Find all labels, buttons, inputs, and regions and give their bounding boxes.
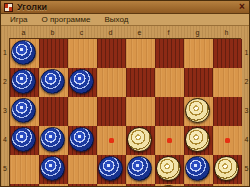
blue-piece-g5[interactable] bbox=[185, 156, 210, 181]
square-b5[interactable] bbox=[39, 155, 68, 184]
square-e4[interactable] bbox=[126, 126, 155, 155]
rank-label-right-1: 1 bbox=[242, 38, 250, 67]
square-a6[interactable] bbox=[10, 184, 39, 187]
board-grid bbox=[9, 38, 241, 187]
white-piece-f6[interactable] bbox=[156, 185, 181, 187]
square-c4[interactable] bbox=[68, 126, 97, 155]
square-h4[interactable] bbox=[213, 126, 242, 155]
square-d2[interactable] bbox=[97, 68, 126, 97]
move-hint-dot-d4 bbox=[109, 138, 114, 143]
rank-label-left-5: 5 bbox=[1, 154, 9, 183]
blue-piece-c2[interactable] bbox=[69, 69, 94, 94]
square-d1[interactable] bbox=[97, 39, 126, 68]
file-label-e: e bbox=[125, 26, 154, 38]
file-label-c: c bbox=[67, 26, 96, 38]
square-f2[interactable] bbox=[155, 68, 184, 97]
window-title: Уголки bbox=[17, 2, 236, 12]
rank-label-right-2: 2 bbox=[242, 67, 250, 96]
blue-piece-e5[interactable] bbox=[127, 156, 152, 181]
square-f1[interactable] bbox=[155, 39, 184, 68]
square-h2[interactable] bbox=[213, 68, 242, 97]
square-e1[interactable] bbox=[126, 39, 155, 68]
square-e6[interactable] bbox=[126, 184, 155, 187]
square-h6[interactable] bbox=[213, 184, 242, 187]
rank-label-left-3: 3 bbox=[1, 96, 9, 125]
rank-labels-right: 12345 bbox=[242, 38, 250, 183]
square-e3[interactable] bbox=[126, 97, 155, 126]
square-d4[interactable] bbox=[97, 126, 126, 155]
square-h1[interactable] bbox=[213, 39, 242, 68]
file-label-b: b bbox=[38, 26, 67, 38]
white-piece-h5[interactable] bbox=[214, 156, 239, 181]
rank-label-left-4: 4 bbox=[1, 125, 9, 154]
square-g6[interactable] bbox=[184, 184, 213, 187]
square-f5[interactable] bbox=[155, 155, 184, 184]
square-d3[interactable] bbox=[97, 97, 126, 126]
rank-label-right-4: 4 bbox=[242, 125, 250, 154]
app-icon bbox=[4, 3, 13, 12]
square-d5[interactable] bbox=[97, 155, 126, 184]
square-b4[interactable] bbox=[39, 126, 68, 155]
square-b3[interactable] bbox=[39, 97, 68, 126]
square-g2[interactable] bbox=[184, 68, 213, 97]
square-a3[interactable] bbox=[10, 97, 39, 126]
file-label-g: g bbox=[183, 26, 212, 38]
square-c2[interactable] bbox=[68, 68, 97, 97]
file-label-h: h bbox=[212, 26, 241, 38]
rank-label-left-2: 2 bbox=[1, 67, 9, 96]
square-c1[interactable] bbox=[68, 39, 97, 68]
menu-item-about[interactable]: О программе bbox=[35, 15, 98, 24]
square-c3[interactable] bbox=[68, 97, 97, 126]
blue-piece-b4[interactable] bbox=[40, 127, 65, 152]
blue-piece-a3[interactable] bbox=[11, 98, 36, 123]
blue-piece-b5[interactable] bbox=[40, 156, 65, 181]
file-label-d: d bbox=[96, 26, 125, 38]
square-g1[interactable] bbox=[184, 39, 213, 68]
square-f3[interactable] bbox=[155, 97, 184, 126]
square-b6[interactable] bbox=[39, 184, 68, 187]
blue-piece-c4[interactable] bbox=[69, 127, 94, 152]
square-a1[interactable] bbox=[10, 39, 39, 68]
square-c5[interactable] bbox=[68, 155, 97, 184]
white-piece-f5[interactable] bbox=[156, 156, 181, 181]
move-hint-dot-h4 bbox=[225, 138, 230, 143]
menu-item-game[interactable]: Игра bbox=[3, 15, 35, 24]
square-h3[interactable] bbox=[213, 97, 242, 126]
file-label-a: a bbox=[9, 26, 38, 38]
blue-piece-b2[interactable] bbox=[40, 69, 65, 94]
square-a2[interactable] bbox=[10, 68, 39, 97]
square-b2[interactable] bbox=[39, 68, 68, 97]
rank-label-left-1: 1 bbox=[1, 38, 9, 67]
blue-piece-a4[interactable] bbox=[11, 127, 36, 152]
square-d6[interactable] bbox=[97, 184, 126, 187]
rank-label-right-3: 3 bbox=[242, 96, 250, 125]
white-piece-g3[interactable] bbox=[185, 98, 210, 123]
white-piece-e4[interactable] bbox=[127, 127, 152, 152]
rank-label-right-5: 5 bbox=[242, 154, 250, 183]
square-g4[interactable] bbox=[184, 126, 213, 155]
file-label-f: f bbox=[154, 26, 183, 38]
close-button[interactable]: × bbox=[236, 2, 248, 13]
menubar: Игра О программе Выход bbox=[1, 14, 250, 26]
titlebar: Уголки × bbox=[1, 1, 250, 14]
move-hint-dot-f4 bbox=[167, 138, 172, 143]
blue-piece-a1[interactable] bbox=[11, 40, 36, 65]
square-b1[interactable] bbox=[39, 39, 68, 68]
square-f6[interactable] bbox=[155, 184, 184, 187]
rank-labels-left: 12345 bbox=[1, 38, 9, 183]
white-piece-g4[interactable] bbox=[185, 127, 210, 152]
square-g3[interactable] bbox=[184, 97, 213, 126]
square-f4[interactable] bbox=[155, 126, 184, 155]
blue-piece-a2[interactable] bbox=[11, 69, 36, 94]
blue-piece-d5[interactable] bbox=[98, 156, 123, 181]
menu-item-exit[interactable]: Выход bbox=[98, 15, 136, 24]
square-h5[interactable] bbox=[213, 155, 242, 184]
file-labels: abcdefgh bbox=[9, 26, 241, 38]
square-a5[interactable] bbox=[10, 155, 39, 184]
square-e2[interactable] bbox=[126, 68, 155, 97]
square-a4[interactable] bbox=[10, 126, 39, 155]
app-window: Уголки × Игра О программе Выход abcdefgh… bbox=[0, 0, 250, 187]
square-c6[interactable] bbox=[68, 184, 97, 187]
square-g5[interactable] bbox=[184, 155, 213, 184]
square-e5[interactable] bbox=[126, 155, 155, 184]
